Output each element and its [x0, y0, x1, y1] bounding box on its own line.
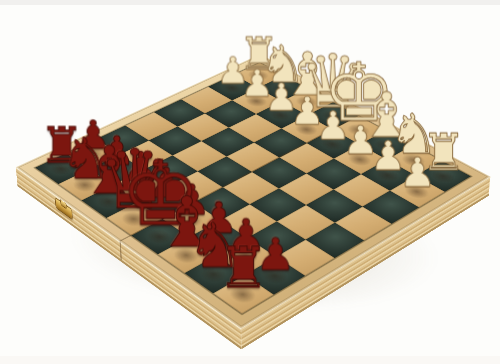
- brass-clasp[interactable]: [56, 198, 73, 219]
- scene: ♜♞♝♛♚♝♞♜♟♟♟♟♟♟♟♟♟♟♟♟♟♟♟♟♜♞♝♛♚♝♞♜: [0, 0, 500, 364]
- chess-board: ♜♞♝♛♚♝♞♜♟♟♟♟♟♟♟♟♟♟♟♟♟♟♟♟♜♞♝♛♚♝♞♜: [16, 54, 491, 329]
- pieces-layer: ♜♞♝♛♚♝♞♜♟♟♟♟♟♟♟♟♟♟♟♟♟♟♟♟♜♞♝♛♚♝♞♜: [35, 63, 470, 314]
- fold-seam-edge: [120, 242, 122, 260]
- white-pawn[interactable]: ♟: [399, 153, 436, 191]
- black-rook[interactable]: ♜: [218, 242, 269, 294]
- product-photo: ♜♞♝♛♚♝♞♜♟♟♟♟♟♟♟♟♟♟♟♟♟♟♟♟♜♞♝♛♚♝♞♜: [0, 0, 500, 364]
